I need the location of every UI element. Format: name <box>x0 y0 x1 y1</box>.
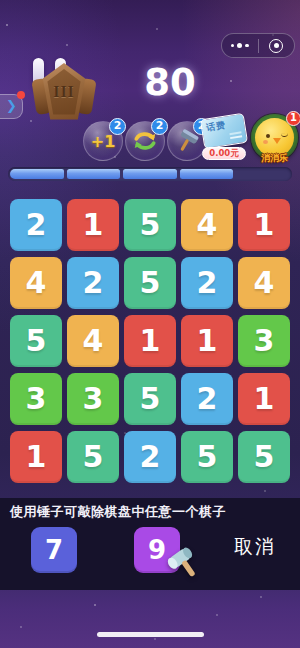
board: 2154142524541133352115255 <box>10 199 290 483</box>
hammer-hint-text: 使用锤子可敲除棋盘中任意一个棋子 <box>10 503 226 521</box>
board-cell-r4c2[interactable]: 3 <box>67 373 119 425</box>
board-cell-r3c5[interactable]: 3 <box>238 315 290 367</box>
game-logo-label: 消消乐 <box>251 152 298 165</box>
board-cell-r3c2[interactable]: 4 <box>67 315 119 367</box>
phone-card-icon: 话费 <box>200 113 248 150</box>
board-cell-r4c1[interactable]: 3 <box>10 373 62 425</box>
board-cell-r3c3[interactable]: 1 <box>124 315 176 367</box>
level-progress-bar <box>8 167 292 181</box>
board-cell-r2c4[interactable]: 2 <box>181 257 233 309</box>
more-dot-icon <box>231 44 235 48</box>
phone-card-label: 话费 <box>205 119 227 135</box>
more-dot-icon <box>245 44 249 48</box>
promo-notification-badge: 1 <box>286 111 300 126</box>
more-button[interactable] <box>222 34 258 57</box>
plus-one-powerup-button[interactable]: +1 2 <box>83 121 123 161</box>
hammer-cursor-icon <box>166 542 210 586</box>
progress-segment <box>236 169 290 179</box>
score-display: 80 <box>110 61 230 104</box>
medal-tier-label: III <box>41 83 87 101</box>
board-cell-r2c1[interactable]: 4 <box>10 257 62 309</box>
board-cell-r5c1[interactable]: 1 <box>10 431 62 483</box>
home-indicator <box>97 632 204 637</box>
board-cell-r5c3[interactable]: 2 <box>124 431 176 483</box>
board-cell-r1c2[interactable]: 1 <box>67 199 119 251</box>
board-cell-r2c3[interactable]: 5 <box>124 257 176 309</box>
wechat-capsule <box>221 33 295 58</box>
board-cell-r4c4[interactable]: 2 <box>181 373 233 425</box>
plus-one-icon: +1 <box>91 132 116 151</box>
board-cell-r5c5[interactable]: 5 <box>238 431 290 483</box>
shuffle-powerup-button[interactable]: 2 <box>125 121 165 161</box>
more-dot-icon <box>237 43 242 48</box>
game-screen: III 80 ❯ +1 2 2 <box>0 0 300 648</box>
board-cell-r1c4[interactable]: 4 <box>181 199 233 251</box>
board-cell-r1c3[interactable]: 5 <box>124 199 176 251</box>
board-cell-r2c5[interactable]: 4 <box>238 257 290 309</box>
exit-button[interactable] <box>259 34 295 57</box>
plus-one-count-badge: 2 <box>109 118 126 135</box>
league-medal[interactable]: III <box>36 62 92 122</box>
shuffle-count-badge: 2 <box>151 118 168 135</box>
cancel-button[interactable]: 取消 <box>234 534 276 560</box>
hammer-tile-7[interactable]: 7 <box>31 527 77 573</box>
board-cell-r1c5[interactable]: 1 <box>238 199 290 251</box>
balance-pill: 0.00元 <box>202 147 246 160</box>
board-cell-r5c4[interactable]: 5 <box>181 431 233 483</box>
progress-segment <box>10 169 64 179</box>
board-cell-r2c2[interactable]: 2 <box>67 257 119 309</box>
notification-dot <box>17 91 25 99</box>
game-promo-button[interactable]: 消消乐 1 <box>251 114 298 161</box>
board-cell-r4c5[interactable]: 1 <box>238 373 290 425</box>
board-cell-r3c1[interactable]: 5 <box>10 315 62 367</box>
phone-credit-reward-button[interactable]: 话费 0.00元 <box>201 114 249 164</box>
board-cell-r1c1[interactable]: 2 <box>10 199 62 251</box>
hammer-panel: 使用锤子可敲除棋盘中任意一个棋子 7 9 取消 <box>0 498 300 590</box>
progress-segment <box>123 169 177 179</box>
board-cell-r3c4[interactable]: 1 <box>181 315 233 367</box>
powerup-bar: +1 2 2 2 <box>83 121 207 161</box>
target-circle-icon <box>269 39 283 53</box>
board-cell-r5c2[interactable]: 5 <box>67 431 119 483</box>
progress-segment <box>67 169 121 179</box>
starfield <box>6 24 8 26</box>
board-cell-r4c3[interactable]: 5 <box>124 373 176 425</box>
side-arrow-button[interactable]: ❯ <box>0 94 23 119</box>
progress-segment <box>180 169 234 179</box>
